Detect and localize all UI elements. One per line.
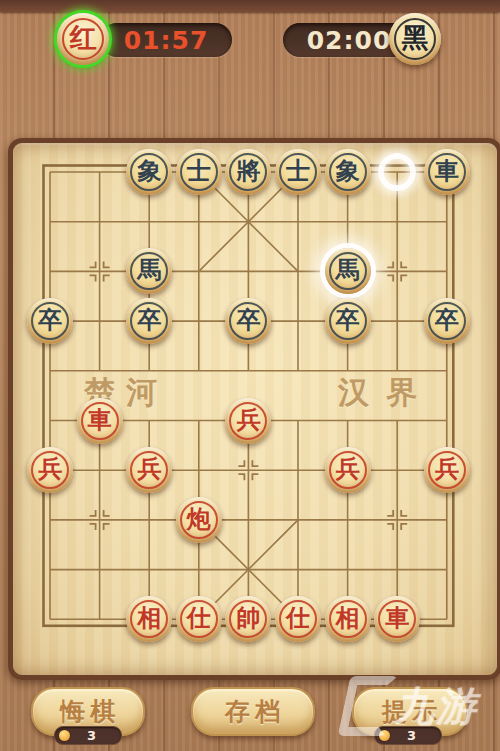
piece-black-士[interactable]: 士 — [176, 149, 222, 195]
hint-count: 3 — [390, 728, 441, 743]
undo-button-label: 悔棋 — [60, 695, 120, 728]
piece-red-兵[interactable]: 兵 — [27, 447, 73, 493]
piece-glyph: 兵 — [236, 404, 260, 436]
piece-glyph: 兵 — [137, 453, 161, 485]
piece-red-車[interactable]: 車 — [77, 398, 123, 444]
piece-red-兵[interactable]: 兵 — [225, 398, 271, 444]
piece-glyph: 象 — [137, 155, 161, 187]
piece-black-卒[interactable]: 卒 — [325, 298, 371, 344]
save-button-label: 存档 — [225, 695, 285, 728]
piece-glyph: 將 — [236, 155, 260, 187]
piece-red-兵[interactable]: 兵 — [424, 447, 470, 493]
piece-glyph: 象 — [336, 155, 360, 187]
piece-glyph: 士 — [187, 155, 211, 187]
piece-glyph: 炮 — [187, 503, 211, 535]
piece-black-士[interactable]: 士 — [275, 149, 321, 195]
piece-black-卒[interactable]: 卒 — [126, 298, 172, 344]
piece-black-象[interactable]: 象 — [325, 149, 371, 195]
top-edge-band — [0, 0, 500, 12]
piece-glyph: 仕 — [187, 602, 211, 634]
red-player-indicator: 红 — [57, 13, 109, 65]
coin-icon — [379, 730, 390, 741]
piece-glyph: 馬 — [336, 254, 360, 286]
save-button[interactable]: 存档 — [191, 687, 315, 736]
piece-red-炮[interactable]: 炮 — [176, 497, 222, 543]
river-label-right: 汉界 — [338, 374, 434, 410]
piece-glyph: 卒 — [236, 304, 260, 336]
piece-glyph: 相 — [336, 602, 360, 634]
red-player-label: 红 — [70, 20, 97, 56]
hint-button-label: 提示 — [382, 695, 442, 728]
coin-icon — [59, 730, 70, 741]
piece-red-仕[interactable]: 仕 — [176, 596, 222, 642]
piece-glyph: 仕 — [286, 602, 310, 634]
piece-glyph: 車 — [88, 404, 112, 436]
piece-glyph: 車 — [435, 155, 459, 187]
piece-glyph: 車 — [385, 602, 409, 634]
piece-black-象[interactable]: 象 — [126, 149, 172, 195]
piece-glyph: 士 — [286, 155, 310, 187]
piece-black-卒[interactable]: 卒 — [27, 298, 73, 344]
piece-glyph: 兵 — [38, 453, 62, 485]
piece-glyph: 帥 — [236, 602, 260, 634]
piece-black-馬[interactable]: 馬 — [325, 248, 371, 294]
piece-glyph: 馬 — [137, 254, 161, 286]
xiangqi-game-screen: 01:57 02:00 红 黑 楚河 汉界 象士將士象車馬馬卒卒卒卒卒車兵兵兵兵… — [0, 0, 500, 751]
piece-red-兵[interactable]: 兵 — [325, 447, 371, 493]
piece-red-仕[interactable]: 仕 — [275, 596, 321, 642]
piece-glyph: 兵 — [336, 453, 360, 485]
last-move-origin-marker — [378, 153, 416, 191]
undo-count-badge: 3 — [54, 726, 122, 745]
piece-glyph: 相 — [137, 602, 161, 634]
piece-glyph: 兵 — [435, 453, 459, 485]
piece-black-車[interactable]: 車 — [424, 149, 470, 195]
piece-glyph: 卒 — [137, 304, 161, 336]
black-player-indicator: 黑 — [389, 13, 441, 65]
red-timer: 01:57 — [100, 23, 232, 57]
piece-glyph: 卒 — [336, 304, 360, 336]
piece-glyph: 卒 — [38, 304, 62, 336]
undo-count: 3 — [70, 728, 121, 743]
hint-count-badge: 3 — [374, 726, 442, 745]
piece-black-卒[interactable]: 卒 — [424, 298, 470, 344]
piece-red-相[interactable]: 相 — [325, 596, 371, 642]
piece-glyph: 卒 — [435, 304, 459, 336]
black-player-label: 黑 — [402, 20, 429, 56]
